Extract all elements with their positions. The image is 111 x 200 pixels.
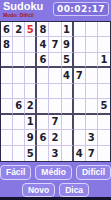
cell-r3c5[interactable] bbox=[49, 53, 61, 68]
medium-button[interactable]: Médio bbox=[35, 165, 72, 180]
cell-r4c2[interactable] bbox=[13, 68, 25, 83]
cell-r7c3[interactable]: 1 bbox=[25, 115, 37, 130]
cell-r7c5[interactable]: 7 bbox=[49, 115, 61, 130]
cell-r4c1[interactable] bbox=[1, 68, 13, 83]
cell-r8c3[interactable]: 9 bbox=[25, 130, 37, 145]
app-header: Sudoku Modo: Difícil 00:02:17 bbox=[0, 0, 111, 21]
cell-r2c2[interactable] bbox=[13, 37, 25, 52]
cell-r1c7[interactable] bbox=[74, 22, 86, 37]
cell-r1c3[interactable]: 5 bbox=[25, 22, 37, 37]
cell-r6c2[interactable]: 6 bbox=[13, 99, 25, 114]
cell-r2c7[interactable] bbox=[74, 37, 86, 52]
cell-r6c6[interactable] bbox=[62, 99, 74, 114]
cell-r8c5[interactable]: 2 bbox=[49, 130, 61, 145]
cell-r6c7[interactable] bbox=[74, 99, 86, 114]
footer: Fácil Médio Difícil Novo Dica bbox=[0, 162, 111, 200]
cell-r1c8[interactable] bbox=[86, 22, 98, 37]
cell-r9c8[interactable]: 7 bbox=[86, 146, 98, 161]
cell-r9c9[interactable] bbox=[98, 146, 110, 161]
cell-r3c6[interactable]: 5 bbox=[62, 53, 74, 68]
cell-r5c2[interactable] bbox=[13, 84, 25, 99]
sudoku-board[interactable]: 625818479651476251796235347 bbox=[0, 21, 111, 162]
cell-r5c6[interactable] bbox=[62, 84, 74, 99]
cell-r6c9[interactable]: 5 bbox=[98, 99, 110, 114]
cell-r4c9[interactable] bbox=[98, 68, 110, 83]
cell-r2c9[interactable] bbox=[98, 37, 110, 52]
difficulty-button-row: Fácil Médio Difícil bbox=[0, 165, 111, 180]
cell-r1c1[interactable]: 6 bbox=[1, 22, 13, 37]
hard-button[interactable]: Difícil bbox=[76, 165, 111, 180]
cell-r8c2[interactable] bbox=[13, 130, 25, 145]
cell-r2c8[interactable] bbox=[86, 37, 98, 52]
cell-r5c9[interactable] bbox=[98, 84, 110, 99]
cell-r5c3[interactable] bbox=[25, 84, 37, 99]
cell-r5c7[interactable] bbox=[74, 84, 86, 99]
cell-r2c3[interactable] bbox=[25, 37, 37, 52]
cell-r4c6[interactable]: 4 bbox=[62, 68, 74, 83]
cell-r7c6[interactable] bbox=[62, 115, 74, 130]
cell-r5c4[interactable] bbox=[37, 84, 49, 99]
cell-r4c8[interactable] bbox=[86, 68, 98, 83]
cell-r5c1[interactable] bbox=[1, 84, 13, 99]
cell-r9c2[interactable] bbox=[13, 146, 25, 161]
cell-r7c9[interactable] bbox=[98, 115, 110, 130]
cell-r3c1[interactable] bbox=[1, 53, 13, 68]
cell-r1c9[interactable] bbox=[98, 22, 110, 37]
cell-r9c5[interactable]: 3 bbox=[49, 146, 61, 161]
cell-r8c8[interactable]: 3 bbox=[86, 130, 98, 145]
cell-r9c6[interactable] bbox=[62, 146, 74, 161]
cell-r1c5[interactable] bbox=[49, 22, 61, 37]
cell-r8c6[interactable] bbox=[62, 130, 74, 145]
cell-r3c3[interactable] bbox=[25, 53, 37, 68]
cell-r6c8[interactable] bbox=[86, 99, 98, 114]
difficulty-mode-label: Modo: Difícil bbox=[3, 13, 34, 18]
cell-r2c6[interactable]: 9 bbox=[62, 37, 74, 52]
cell-r3c7[interactable] bbox=[74, 53, 86, 68]
cell-r4c5[interactable] bbox=[49, 68, 61, 83]
cell-r8c9[interactable] bbox=[98, 130, 110, 145]
cell-r5c8[interactable] bbox=[86, 84, 98, 99]
cell-r3c9[interactable]: 1 bbox=[98, 53, 110, 68]
cell-r3c2[interactable] bbox=[13, 53, 25, 68]
cell-r2c5[interactable]: 7 bbox=[49, 37, 61, 52]
cell-r6c4[interactable] bbox=[37, 99, 49, 114]
cell-r8c7[interactable] bbox=[74, 130, 86, 145]
cell-r8c1[interactable] bbox=[1, 130, 13, 145]
bottom-edge-strip bbox=[0, 197, 111, 200]
cell-r1c6[interactable]: 1 bbox=[62, 22, 74, 37]
new-game-button[interactable]: Novo bbox=[22, 183, 55, 198]
action-button-row: Novo Dica bbox=[0, 183, 111, 198]
cell-r2c4[interactable]: 4 bbox=[37, 37, 49, 52]
app-title: Sudoku bbox=[3, 0, 43, 12]
cell-r6c3[interactable]: 2 bbox=[25, 99, 37, 114]
cell-r9c3[interactable]: 5 bbox=[25, 146, 37, 161]
cell-r9c1[interactable] bbox=[1, 146, 13, 161]
cell-r1c2[interactable]: 2 bbox=[13, 22, 25, 37]
cell-r7c7[interactable] bbox=[74, 115, 86, 130]
cell-r5c5[interactable] bbox=[49, 84, 61, 99]
cell-r2c1[interactable]: 8 bbox=[1, 37, 13, 52]
cell-r4c4[interactable] bbox=[37, 68, 49, 83]
cell-r9c7[interactable]: 4 bbox=[74, 146, 86, 161]
cell-r6c1[interactable] bbox=[1, 99, 13, 114]
timer-display: 00:02:17 bbox=[53, 2, 109, 16]
cell-r8c4[interactable]: 6 bbox=[37, 130, 49, 145]
cell-r7c8[interactable] bbox=[86, 115, 98, 130]
cell-r1c4[interactable]: 8 bbox=[37, 22, 49, 37]
easy-button[interactable]: Fácil bbox=[0, 165, 31, 180]
cell-r7c1[interactable] bbox=[1, 115, 13, 130]
cell-r4c3[interactable] bbox=[25, 68, 37, 83]
cell-r7c2[interactable] bbox=[13, 115, 25, 130]
cell-r6c5[interactable] bbox=[49, 99, 61, 114]
cell-r3c8[interactable] bbox=[86, 53, 98, 68]
cell-r9c4[interactable] bbox=[37, 146, 49, 161]
cell-r4c7[interactable]: 7 bbox=[74, 68, 86, 83]
cell-r7c4[interactable] bbox=[37, 115, 49, 130]
cell-r3c4[interactable]: 6 bbox=[37, 53, 49, 68]
hint-button[interactable]: Dica bbox=[59, 183, 89, 198]
